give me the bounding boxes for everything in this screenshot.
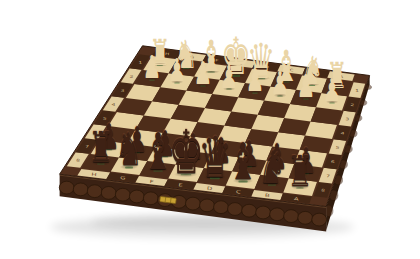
file-label-near: H	[91, 172, 97, 177]
piece-black-bishop[interactable]: ♝	[141, 127, 174, 178]
piece-white-pawn[interactable]: ♟	[193, 59, 214, 91]
rank-label-right: 1	[355, 88, 359, 93]
carved-circle	[270, 208, 285, 221]
piece-glyph: ♜	[87, 127, 115, 169]
piece-white-pawn[interactable]: ♟	[244, 65, 265, 97]
carved-circle	[115, 188, 130, 201]
piece-white-pawn[interactable]: ♟	[141, 52, 162, 84]
carved-circle	[87, 185, 102, 198]
chess-set-photo: HHGGFFEEDDCCBBAA8877665544332211 ♜♞♝♛♚♝♞…	[0, 0, 420, 259]
rank-label-right: 3	[345, 116, 349, 121]
carved-circle	[73, 183, 88, 196]
piece-glyph: ♜	[286, 152, 314, 194]
rank-label-right: 2	[350, 102, 354, 107]
piece-white-pawn[interactable]: ♟	[321, 75, 342, 107]
carved-circle	[242, 204, 257, 217]
carved-circle	[200, 199, 215, 212]
carved-circle	[101, 187, 116, 200]
carved-circle	[298, 211, 313, 224]
rank-label-right: 7	[326, 173, 330, 178]
piece-glyph: ♟	[218, 62, 239, 94]
carved-circle	[129, 190, 144, 203]
piece-black-knight[interactable]: ♞	[257, 145, 287, 191]
piece-glyph: ♞	[257, 145, 287, 191]
piece-black-rook[interactable]: ♜	[286, 152, 314, 194]
piece-white-pawn[interactable]: ♟	[295, 72, 316, 104]
rank-label-right: 4	[340, 131, 344, 136]
piece-black-knight[interactable]: ♞	[114, 128, 144, 174]
rank-label-left: 3	[120, 88, 124, 93]
rank-label-left: 2	[129, 74, 133, 79]
piece-glyph: ♟	[321, 75, 342, 107]
rank-label-right: 6	[331, 159, 335, 164]
carved-circle	[186, 197, 201, 210]
piece-glyph: ♝	[141, 127, 174, 178]
rank-label-right: 8	[321, 188, 325, 193]
carved-circle	[228, 203, 243, 216]
carved-circle	[143, 192, 158, 205]
piece-glyph: ♟	[141, 52, 162, 84]
carved-circle	[59, 181, 74, 194]
piece-white-pawn[interactable]: ♟	[218, 62, 239, 94]
rank-label-left: 4	[112, 102, 116, 107]
piece-black-rook[interactable]: ♜	[87, 127, 115, 169]
piece-glyph: ♟	[193, 59, 214, 91]
piece-white-pawn[interactable]: ♟	[270, 68, 291, 100]
rank-label-right: 5	[336, 145, 340, 150]
file-label-near: A	[294, 196, 299, 201]
carved-circle	[312, 213, 327, 226]
piece-glyph: ♟	[244, 65, 265, 97]
carved-circle	[214, 201, 229, 214]
carved-circle	[284, 210, 299, 223]
carved-circle	[256, 206, 271, 219]
piece-glyph: ♞	[114, 128, 144, 174]
piece-glyph: ♟	[270, 68, 291, 100]
piece-glyph: ♟	[167, 55, 188, 87]
rank-label-left: 8	[76, 158, 80, 163]
piece-glyph: ♟	[295, 72, 316, 104]
piece-white-pawn[interactable]: ♟	[167, 55, 188, 87]
